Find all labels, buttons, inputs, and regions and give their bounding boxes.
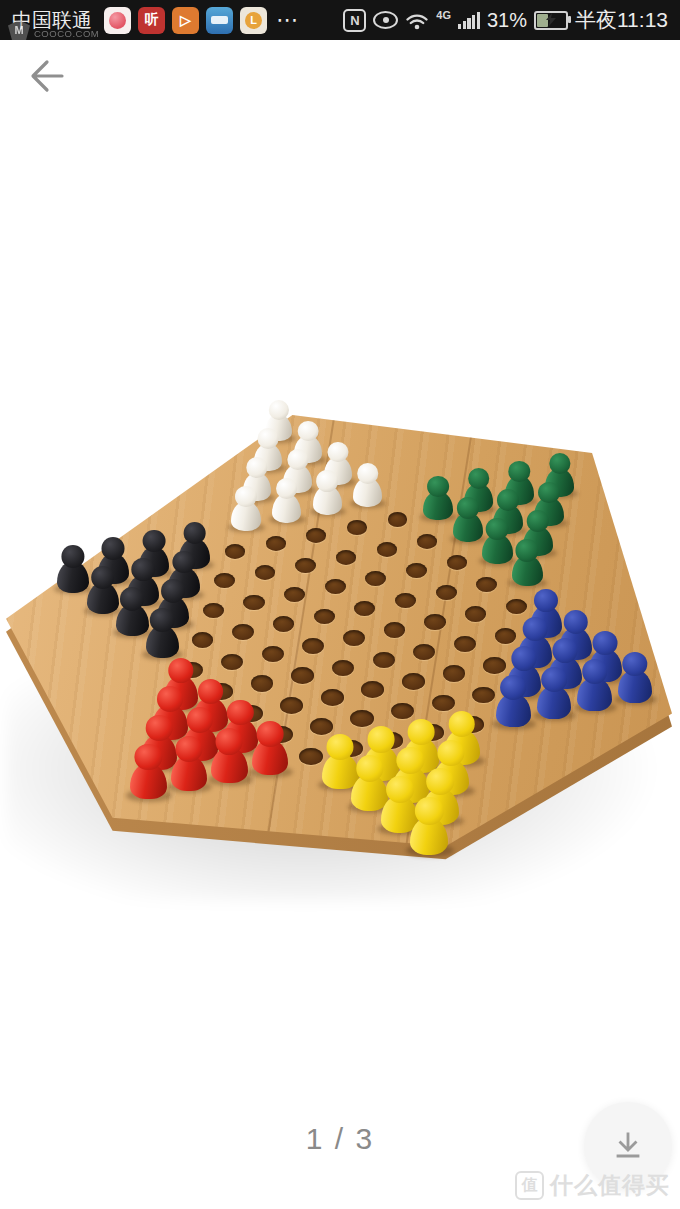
white-peg [231, 486, 261, 531]
board-hole [476, 577, 497, 592]
board-hole [221, 654, 243, 670]
board-hole [350, 710, 373, 727]
board-hole [280, 697, 303, 714]
board-hole [306, 528, 326, 543]
chinese-checkers-board [6, 396, 672, 870]
blue-peg [537, 667, 572, 720]
board-hole [384, 622, 406, 638]
yellow-peg [410, 797, 448, 855]
board-hole [192, 632, 214, 648]
clock-label: 半夜11:13 [575, 6, 668, 34]
app-logo [109, 12, 126, 29]
notification-icons: 听 ▷ L ⋯ [104, 7, 299, 34]
white-peg [353, 463, 382, 507]
board-hole [284, 587, 305, 602]
black-peg [116, 587, 149, 636]
green-peg [423, 476, 453, 521]
board-hole [299, 748, 323, 765]
board-hole [332, 660, 354, 676]
board-hole [495, 628, 517, 644]
board-hole [314, 609, 336, 625]
board-hole [347, 520, 367, 535]
board-hole [465, 606, 486, 622]
red-peg [130, 744, 167, 800]
board-hole [251, 675, 274, 692]
battery-percent-label: 31% [487, 9, 527, 32]
more-notifications-icon: ⋯ [276, 7, 299, 33]
board-hole [321, 689, 344, 706]
board-hole [377, 542, 397, 557]
board-hole [262, 646, 284, 662]
board-hole [406, 563, 427, 578]
board-hole [454, 636, 476, 652]
karaoke-app-icon [104, 7, 131, 34]
nfc-icon: N [343, 9, 366, 32]
status-indicators: N 4G 31% 半夜11:13 [343, 6, 668, 34]
green-peg [512, 539, 543, 586]
charging-bolt-icon [545, 13, 557, 26]
board-hole [232, 624, 254, 640]
board-hole [336, 550, 356, 565]
blue-peg [577, 659, 612, 711]
blue-peg [618, 652, 652, 704]
image-pager-indicator: 1 / 3 [0, 1122, 680, 1156]
board-hole [365, 571, 386, 586]
phone-screen: 中国联通 听 ▷ L ⋯ N 4G 31% [0, 0, 680, 1209]
board-hole [325, 579, 346, 594]
play-app-icon: ▷ [172, 7, 199, 34]
board-hole [436, 585, 457, 600]
board-hole [273, 616, 295, 632]
app-bar [0, 40, 680, 112]
red-peg [171, 736, 208, 791]
smzdm-text: 什么值得买 [550, 1170, 670, 1201]
news-app-icon [206, 7, 233, 34]
back-button[interactable] [22, 52, 70, 100]
download-icon [610, 1128, 646, 1164]
l-badge: L [245, 12, 262, 29]
app-logo [211, 16, 228, 24]
board-hole [472, 687, 495, 704]
board-cells [6, 396, 672, 870]
battery-icon [534, 11, 568, 30]
video-app-icon: L [240, 7, 267, 34]
status-bar: 中国联通 听 ▷ L ⋯ N 4G 31% [0, 0, 680, 40]
board-hole [295, 558, 316, 573]
black-peg [87, 566, 119, 614]
product-image[interactable] [0, 112, 680, 1100]
watermark-smzdm: 值 什么值得买 [515, 1170, 670, 1201]
smzdm-logo: 值 [515, 1171, 544, 1200]
board-hole [417, 534, 437, 549]
board-hole [354, 601, 375, 617]
board-hole [424, 614, 446, 630]
board-hole [203, 603, 224, 619]
board-hole [413, 644, 435, 660]
wifi-icon [405, 11, 429, 30]
black-peg [146, 608, 179, 658]
board-hole [361, 681, 384, 698]
board-hole [506, 599, 527, 615]
red-peg [252, 721, 288, 776]
network-type-label: 4G [436, 9, 451, 21]
board-hole [243, 595, 264, 610]
board-hole [447, 555, 468, 570]
black-peg [57, 545, 88, 593]
board-hole [302, 638, 324, 654]
board-hole [291, 667, 314, 683]
board-hole [391, 703, 414, 720]
signal-bars-icon [458, 12, 480, 29]
blue-peg [496, 675, 531, 728]
board-hole [388, 512, 408, 526]
board-hole [343, 630, 365, 646]
board-hole [255, 565, 276, 580]
board-hole [310, 718, 333, 735]
watermark-site-label: COOCO.COM [34, 28, 99, 40]
board-hole [373, 652, 395, 668]
play-icon: ▷ [180, 12, 191, 28]
board-hole [214, 573, 235, 588]
board-hole [225, 544, 245, 559]
green-peg [482, 518, 513, 564]
board-hole [483, 657, 505, 673]
board-hole [402, 673, 425, 690]
board-hole [443, 665, 466, 681]
watermark-logo-m: M [8, 20, 30, 40]
ting-glyph: 听 [145, 11, 159, 29]
red-peg [211, 728, 247, 783]
white-peg [272, 478, 302, 523]
board-hole [395, 593, 416, 608]
listen-app-icon: 听 [138, 7, 165, 34]
board-hole [432, 695, 455, 712]
eye-comfort-icon [373, 11, 398, 29]
watermark-top-left: M COOCO.COM [8, 20, 99, 40]
green-peg [453, 497, 483, 543]
white-peg [313, 470, 342, 514]
board-hole [266, 536, 286, 551]
